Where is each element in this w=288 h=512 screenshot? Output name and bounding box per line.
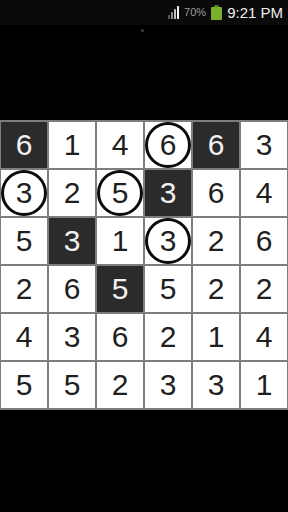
cell-number: 6 [160,130,177,160]
cell-r6c2[interactable]: 5 [48,361,96,409]
camera-dot [141,29,144,32]
cell-r4c3[interactable]: 5 [96,265,144,313]
cell-r2c6[interactable]: 4 [240,169,288,217]
cell-r2c4[interactable]: 3 [144,169,192,217]
cell-number: 3 [64,226,81,256]
cell-r5c4[interactable]: 2 [144,313,192,361]
cell-r6c3[interactable]: 2 [96,361,144,409]
cell-number: 5 [16,370,33,400]
cell-r5c5[interactable]: 1 [192,313,240,361]
cell-r2c3[interactable]: 5 [96,169,144,217]
cell-number: 3 [160,178,177,208]
cell-r1c5[interactable]: 6 [192,121,240,169]
cell-number: 3 [64,322,81,352]
status-bar: 70% 9:21 PM [0,0,288,25]
cell-r2c2[interactable]: 2 [48,169,96,217]
cell-number: 5 [160,274,177,304]
cell-number: 4 [256,178,273,208]
cell-r6c4[interactable]: 3 [144,361,192,409]
cell-r5c3[interactable]: 6 [96,313,144,361]
cell-r3c3[interactable]: 1 [96,217,144,265]
cell-r4c1[interactable]: 2 [0,265,48,313]
cell-number: 1 [208,322,225,352]
cell-r4c4[interactable]: 5 [144,265,192,313]
battery-icon [211,5,222,20]
cell-r6c5[interactable]: 3 [192,361,240,409]
cell-number: 6 [208,178,225,208]
cell-r3c4[interactable]: 3 [144,217,192,265]
cell-number: 5 [64,370,81,400]
cell-number: 6 [256,226,273,256]
cell-number: 4 [256,322,273,352]
cell-r6c1[interactable]: 5 [0,361,48,409]
signal-bars-icon [168,6,179,19]
cell-r2c1[interactable]: 3 [0,169,48,217]
cell-number: 2 [64,178,81,208]
cell-number: 6 [208,130,225,160]
cell-r3c5[interactable]: 2 [192,217,240,265]
cell-r4c6[interactable]: 2 [240,265,288,313]
cell-number: 6 [64,274,81,304]
cell-r3c1[interactable]: 5 [0,217,48,265]
cell-number: 2 [256,274,273,304]
cell-number: 1 [112,226,129,256]
board: 614663325364531326265522436214552331 [0,121,288,409]
battery-percent-label: 70% [184,7,206,18]
cell-number: 2 [208,274,225,304]
cell-r3c6[interactable]: 6 [240,217,288,265]
cell-number: 2 [208,226,225,256]
cell-number: 2 [112,370,129,400]
cell-number: 3 [256,130,273,160]
cell-r5c1[interactable]: 4 [0,313,48,361]
cell-r1c4[interactable]: 6 [144,121,192,169]
cell-number: 4 [16,322,33,352]
cell-r1c2[interactable]: 1 [48,121,96,169]
cell-r1c6[interactable]: 3 [240,121,288,169]
cell-r5c2[interactable]: 3 [48,313,96,361]
cell-r1c1[interactable]: 6 [0,121,48,169]
cell-number: 3 [208,370,225,400]
cell-number: 3 [16,178,33,208]
cell-number: 1 [64,130,81,160]
cell-number: 3 [160,370,177,400]
cell-number: 5 [112,274,129,304]
cell-number: 3 [160,226,177,256]
cell-r4c2[interactable]: 6 [48,265,96,313]
cell-number: 6 [16,130,33,160]
cell-number: 4 [112,130,129,160]
cell-r6c6[interactable]: 1 [240,361,288,409]
cell-r2c5[interactable]: 6 [192,169,240,217]
cell-r5c6[interactable]: 4 [240,313,288,361]
cell-number: 1 [256,370,273,400]
clock-label: 9:21 PM [227,5,283,20]
cell-r1c3[interactable]: 4 [96,121,144,169]
cell-number: 2 [16,274,33,304]
cell-number: 5 [112,178,129,208]
cell-r3c2[interactable]: 3 [48,217,96,265]
cell-number: 2 [160,322,177,352]
cell-r4c5[interactable]: 2 [192,265,240,313]
cell-number: 5 [16,226,33,256]
cell-number: 6 [112,322,129,352]
